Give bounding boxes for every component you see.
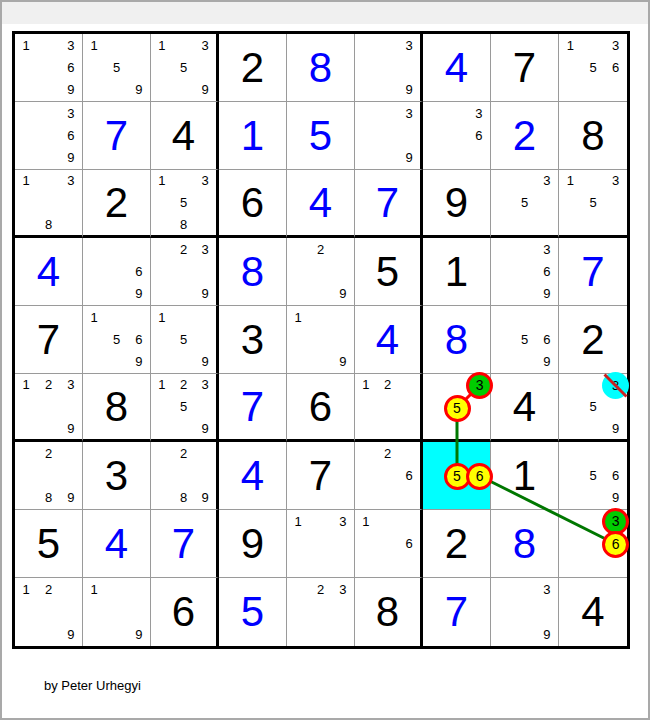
- chain-node-r8c9-6: 6: [602, 531, 629, 558]
- candidates-r6c1: 1239: [15, 374, 82, 439]
- cell-r4c6[interactable]: 5: [355, 238, 423, 306]
- candidates-r4c3: 239: [151, 238, 216, 305]
- candidate-r2c7-3: 3: [475, 107, 482, 120]
- cell-r3c7[interactable]: 9: [423, 170, 491, 238]
- cell-r7c3[interactable]: 289: [151, 442, 219, 510]
- candidate-r2c7-6: 6: [475, 129, 482, 142]
- cell-r4c2[interactable]: 69: [83, 238, 151, 306]
- cell-r5c1[interactable]: 7: [15, 306, 83, 374]
- candidate-r3c3-5: 5: [180, 196, 187, 209]
- candidate-r8c6-6: 6: [406, 537, 413, 550]
- cell-r6c6[interactable]: 12: [355, 374, 423, 442]
- cell-r3c9[interactable]: 135: [559, 170, 627, 238]
- cell-r6c1[interactable]: 1239: [15, 374, 83, 442]
- cell-r6c2[interactable]: 8: [83, 374, 151, 442]
- cell-r5c6[interactable]: 4: [355, 306, 423, 374]
- candidate-r9c8-3: 3: [543, 583, 550, 596]
- puzzle-author-caption: by Peter Urhegyi: [44, 678, 141, 693]
- candidates-r6c6: 12: [355, 374, 420, 439]
- cell-r9c6[interactable]: 8: [355, 578, 423, 646]
- given-digit-r9c9: 4: [559, 578, 627, 646]
- given-digit-r6c8: 4: [491, 374, 558, 439]
- elimination-slash-icon: [604, 373, 628, 397]
- candidate-r1c3-1: 1: [158, 39, 165, 52]
- candidate-r1c9-3: 3: [612, 39, 619, 52]
- candidates-r4c8: 369: [491, 238, 558, 305]
- cell-r3c1[interactable]: 138: [15, 170, 83, 238]
- cell-r5c3[interactable]: 159: [151, 306, 219, 374]
- candidate-r1c3-9: 9: [202, 83, 209, 96]
- candidate-r7c6-2: 2: [384, 447, 391, 460]
- cell-r7c5[interactable]: 7: [287, 442, 355, 510]
- cell-r5c7[interactable]: 8: [423, 306, 491, 374]
- candidate-r1c2-9: 9: [135, 83, 142, 96]
- candidates-r1c6: 39: [355, 34, 420, 101]
- chain-node-r7c7-6: 6: [466, 463, 493, 490]
- candidate-r9c2-1: 1: [91, 583, 98, 596]
- solved-digit-r5c6: 4: [355, 306, 420, 373]
- cell-r1c9[interactable]: 1356: [559, 34, 627, 102]
- candidate-r1c3-5: 5: [180, 61, 187, 74]
- candidate-r1c1-6: 6: [67, 61, 74, 74]
- cell-r2c1[interactable]: 369: [15, 102, 83, 170]
- cell-r7c2[interactable]: 3: [83, 442, 151, 510]
- candidate-r6c3-9: 9: [202, 422, 209, 435]
- candidates-r7c9: 569: [559, 442, 627, 509]
- candidate-r6c3-1: 1: [158, 378, 165, 391]
- sudoku-board[interactable]: 1369159135928394713563697415393628138213…: [12, 31, 630, 649]
- candidates-r5c8: 569: [491, 306, 558, 373]
- candidate-r3c3-3: 3: [202, 174, 209, 187]
- candidate-r3c1-1: 1: [23, 174, 30, 187]
- cell-r2c9[interactable]: 8: [559, 102, 627, 170]
- candidate-r3c3-1: 1: [158, 174, 165, 187]
- candidate-r5c5-9: 9: [339, 355, 346, 368]
- solved-digit-r2c8: 2: [491, 102, 558, 169]
- cell-r8c3[interactable]: 7: [151, 510, 219, 578]
- cell-r6c8[interactable]: 4: [491, 374, 559, 442]
- solved-digit-r4c9: 7: [559, 238, 627, 305]
- cell-r2c6[interactable]: 39: [355, 102, 423, 170]
- candidates-r8c5: 13: [287, 510, 354, 577]
- cell-r1c4[interactable]: 2: [219, 34, 287, 102]
- cell-r8c7[interactable]: 2: [423, 510, 491, 578]
- candidate-r7c9-6: 6: [612, 469, 619, 482]
- cell-r8c1[interactable]: 5: [15, 510, 83, 578]
- candidate-r7c3-9: 9: [202, 491, 209, 504]
- candidate-r9c5-2: 2: [317, 583, 324, 596]
- candidate-r3c3-8: 8: [180, 218, 187, 231]
- given-digit-r5c9: 2: [559, 306, 627, 373]
- cell-r5c4[interactable]: 3: [219, 306, 287, 374]
- solved-digit-r2c4: 1: [219, 102, 286, 169]
- cell-r2c4[interactable]: 1: [219, 102, 287, 170]
- candidate-r4c5-2: 2: [317, 243, 324, 256]
- solved-digit-r4c1: 4: [15, 238, 82, 305]
- candidates-r2c6: 39: [355, 102, 420, 169]
- given-digit-r7c2: 3: [83, 442, 150, 509]
- candidates-r9c1: 129: [15, 578, 82, 646]
- cell-r9c2[interactable]: 19: [83, 578, 151, 646]
- cell-r1c7[interactable]: 4: [423, 34, 491, 102]
- candidate-r2c1-9: 9: [67, 151, 74, 164]
- candidate-r5c3-1: 1: [158, 311, 165, 324]
- candidates-r7c6: 26: [355, 442, 420, 509]
- candidate-r4c2-6: 6: [135, 265, 142, 278]
- solved-digit-r8c8: 8: [491, 510, 558, 577]
- solved-digit-r5c7: 8: [423, 306, 490, 373]
- cell-r2c8[interactable]: 2: [491, 102, 559, 170]
- given-digit-r8c7: 2: [423, 510, 490, 577]
- given-digit-r3c4: 6: [219, 170, 286, 235]
- cell-r3c3[interactable]: 1358: [151, 170, 219, 238]
- candidate-r1c9-1: 1: [567, 39, 574, 52]
- candidate-r9c1-1: 1: [23, 583, 30, 596]
- candidate-r1c9-6: 6: [612, 61, 619, 74]
- candidate-r5c2-9: 9: [135, 355, 142, 368]
- candidate-r7c1-9: 9: [67, 491, 74, 504]
- cell-r4c3[interactable]: 239: [151, 238, 219, 306]
- candidate-r3c1-3: 3: [67, 174, 74, 187]
- candidate-r5c2-5: 5: [113, 333, 120, 346]
- cell-r9c8[interactable]: 39: [491, 578, 559, 646]
- candidates-r1c9: 1356: [559, 34, 627, 101]
- eliminated-candidate-r6c9-3: 3: [602, 372, 629, 399]
- candidate-r5c8-9: 9: [543, 355, 550, 368]
- candidate-r7c9-9: 9: [612, 491, 619, 504]
- solved-digit-r3c5: 4: [287, 170, 354, 235]
- cell-r4c5[interactable]: 29: [287, 238, 355, 306]
- cell-r5c5[interactable]: 19: [287, 306, 355, 374]
- cell-r9c1[interactable]: 129: [15, 578, 83, 646]
- given-digit-r5c4: 3: [219, 306, 286, 373]
- candidates-r7c1: 289: [15, 442, 82, 509]
- given-digit-r7c8: 1: [491, 442, 558, 509]
- solved-digit-r8c2: 4: [83, 510, 150, 577]
- cell-r3c4[interactable]: 6: [219, 170, 287, 238]
- cell-r5c8[interactable]: 569: [491, 306, 559, 374]
- solved-digit-r7c4: 4: [219, 442, 286, 509]
- cell-r2c5[interactable]: 5: [287, 102, 355, 170]
- candidates-r1c1: 1369: [15, 34, 82, 101]
- given-digit-r9c6: 8: [355, 578, 420, 646]
- candidates-r7c3: 289: [151, 442, 216, 509]
- candidate-r3c8-3: 3: [543, 174, 550, 187]
- given-digit-r7c5: 7: [287, 442, 354, 509]
- candidate-r2c1-3: 3: [67, 107, 74, 120]
- candidate-r6c3-5: 5: [180, 400, 187, 413]
- cell-r7c8[interactable]: 1: [491, 442, 559, 510]
- candidate-r9c2-9: 9: [135, 628, 142, 641]
- solved-digit-r9c4: 5: [219, 578, 286, 646]
- candidate-r7c6-6: 6: [406, 469, 413, 482]
- candidate-r3c9-3: 3: [612, 174, 619, 187]
- candidates-r1c3: 1359: [151, 34, 216, 101]
- given-digit-r9c3: 6: [151, 578, 216, 646]
- candidate-r8c5-3: 3: [339, 515, 346, 528]
- candidates-r4c5: 29: [287, 238, 354, 305]
- candidate-r6c1-2: 2: [45, 378, 52, 391]
- cell-r4c4[interactable]: 8: [219, 238, 287, 306]
- candidates-r9c2: 19: [83, 578, 150, 646]
- solved-digit-r1c7: 4: [423, 34, 490, 101]
- candidate-r2c6-9: 9: [406, 151, 413, 164]
- cell-r3c2[interactable]: 2: [83, 170, 151, 238]
- candidate-r5c3-9: 9: [202, 355, 209, 368]
- candidates-r1c2: 159: [83, 34, 150, 101]
- cell-r9c9[interactable]: 4: [559, 578, 627, 646]
- candidate-r3c9-5: 5: [589, 196, 596, 209]
- cell-r1c5[interactable]: 8: [287, 34, 355, 102]
- cell-r8c4[interactable]: 9: [219, 510, 287, 578]
- candidate-r4c3-9: 9: [202, 287, 209, 300]
- candidate-r6c1-9: 9: [67, 422, 74, 435]
- solved-digit-r6c4: 7: [219, 374, 286, 439]
- given-digit-r4c7: 1: [423, 238, 490, 305]
- candidate-r3c9-1: 1: [567, 174, 574, 187]
- cell-r1c6[interactable]: 39: [355, 34, 423, 102]
- candidate-r1c1-1: 1: [23, 39, 30, 52]
- candidate-r5c8-6: 6: [543, 333, 550, 346]
- candidate-r4c8-6: 6: [543, 265, 550, 278]
- given-digit-r1c4: 2: [219, 34, 286, 101]
- chain-node-r6c7-3: 3: [466, 372, 493, 399]
- candidates-r5c5: 19: [287, 306, 354, 373]
- candidate-r7c1-2: 2: [45, 447, 52, 460]
- solved-digit-r8c3: 7: [151, 510, 216, 577]
- cell-r5c9[interactable]: 2: [559, 306, 627, 374]
- given-digit-r4c6: 5: [355, 238, 420, 305]
- candidates-r8c6: 16: [355, 510, 420, 577]
- candidate-r8c6-1: 1: [362, 515, 369, 528]
- candidate-r1c6-9: 9: [406, 83, 413, 96]
- solved-digit-r3c6: 7: [355, 170, 420, 235]
- candidate-r2c1-6: 6: [67, 129, 74, 142]
- candidate-r1c1-3: 3: [67, 39, 74, 52]
- candidate-r5c5-1: 1: [295, 311, 302, 324]
- given-digit-r8c1: 5: [15, 510, 82, 577]
- cell-r1c1[interactable]: 1369: [15, 34, 83, 102]
- given-digit-r2c9: 8: [559, 102, 627, 169]
- candidate-r6c6-2: 2: [384, 378, 391, 391]
- cell-r3c5[interactable]: 4: [287, 170, 355, 238]
- chain-node-r6c7-5: 5: [444, 395, 471, 422]
- cell-r2c2[interactable]: 7: [83, 102, 151, 170]
- cell-r9c5[interactable]: 23: [287, 578, 355, 646]
- candidates-r2c1: 369: [15, 102, 82, 169]
- cell-r6c3[interactable]: 12359: [151, 374, 219, 442]
- candidate-r4c2-9: 9: [135, 287, 142, 300]
- solved-digit-r4c4: 8: [219, 238, 286, 305]
- candidate-r7c3-8: 8: [180, 491, 187, 504]
- solved-digit-r2c2: 7: [83, 102, 150, 169]
- candidate-r5c8-5: 5: [521, 333, 528, 346]
- cell-r8c5[interactable]: 13: [287, 510, 355, 578]
- candidate-r7c3-2: 2: [180, 447, 187, 460]
- candidate-r6c9-5: 5: [589, 400, 596, 413]
- cell-r9c3[interactable]: 6: [151, 578, 219, 646]
- candidate-r9c1-2: 2: [45, 583, 52, 596]
- candidate-r4c5-9: 9: [339, 287, 346, 300]
- candidates-r9c5: 23: [287, 578, 354, 646]
- cell-r5c2[interactable]: 1569: [83, 306, 151, 374]
- cell-r4c9[interactable]: 7: [559, 238, 627, 306]
- cell-r4c8[interactable]: 369: [491, 238, 559, 306]
- candidates-r2c7: 36: [423, 102, 490, 169]
- sudoku-cells: 1369159135928394713563697415393628138213…: [15, 34, 627, 646]
- candidates-r6c3: 12359: [151, 374, 216, 439]
- candidate-r6c6-1: 1: [362, 378, 369, 391]
- candidates-r5c2: 1569: [83, 306, 150, 373]
- cell-r7c9[interactable]: 569: [559, 442, 627, 510]
- solved-digit-r9c7: 7: [423, 578, 490, 646]
- candidates-r4c2: 69: [83, 238, 150, 305]
- candidate-r9c1-9: 9: [67, 628, 74, 641]
- candidate-r5c2-6: 6: [135, 333, 142, 346]
- candidate-r6c3-3: 3: [202, 378, 209, 391]
- cell-r2c3[interactable]: 4: [151, 102, 219, 170]
- given-digit-r2c3: 4: [151, 102, 216, 169]
- given-digit-r8c4: 9: [219, 510, 286, 577]
- candidate-r6c1-3: 3: [67, 378, 74, 391]
- candidates-r3c1: 138: [15, 170, 82, 235]
- candidate-r6c3-2: 2: [180, 378, 187, 391]
- candidate-r6c1-1: 1: [23, 378, 30, 391]
- cell-r8c6[interactable]: 16: [355, 510, 423, 578]
- candidate-r1c3-3: 3: [202, 39, 209, 52]
- candidate-r9c8-9: 9: [543, 628, 550, 641]
- cell-r1c3[interactable]: 1359: [151, 34, 219, 102]
- candidate-r5c3-5: 5: [180, 333, 187, 346]
- cell-r3c8[interactable]: 35: [491, 170, 559, 238]
- given-digit-r6c5: 6: [287, 374, 354, 439]
- solver-window: 1369159135928394713563697415393628138213…: [0, 0, 650, 720]
- candidates-r9c8: 39: [491, 578, 558, 646]
- top-strip: [2, 2, 648, 24]
- candidate-r4c8-9: 9: [543, 287, 550, 300]
- candidate-r3c8-5: 5: [521, 196, 528, 209]
- candidate-r1c2-1: 1: [91, 39, 98, 52]
- cell-r8c8[interactable]: 8: [491, 510, 559, 578]
- cell-r1c8[interactable]: 7: [491, 34, 559, 102]
- cell-r7c1[interactable]: 289: [15, 442, 83, 510]
- candidate-r4c8-3: 3: [543, 243, 550, 256]
- candidate-r4c3-2: 2: [180, 243, 187, 256]
- candidates-r3c9: 135: [559, 170, 627, 235]
- cell-r6c5[interactable]: 6: [287, 374, 355, 442]
- candidate-r5c2-1: 1: [91, 311, 98, 324]
- cell-r3c6[interactable]: 7: [355, 170, 423, 238]
- candidates-r5c3: 159: [151, 306, 216, 373]
- candidate-r1c9-5: 5: [589, 61, 596, 74]
- candidate-r7c9-5: 5: [589, 469, 596, 482]
- cell-r1c2[interactable]: 159: [83, 34, 151, 102]
- candidate-r1c6-3: 3: [406, 39, 413, 52]
- cell-r9c4[interactable]: 5: [219, 578, 287, 646]
- given-digit-r3c7: 9: [423, 170, 490, 235]
- cell-r8c2[interactable]: 4: [83, 510, 151, 578]
- cell-r4c1[interactable]: 4: [15, 238, 83, 306]
- cell-r4c7[interactable]: 1: [423, 238, 491, 306]
- candidate-r1c2-5: 5: [113, 61, 120, 74]
- candidate-r8c5-1: 1: [295, 515, 302, 528]
- cell-r2c7[interactable]: 36: [423, 102, 491, 170]
- cell-r7c4[interactable]: 4: [219, 442, 287, 510]
- cell-r6c4[interactable]: 7: [219, 374, 287, 442]
- candidate-r3c1-8: 8: [45, 218, 52, 231]
- cell-r9c7[interactable]: 7: [423, 578, 491, 646]
- candidate-r9c5-3: 3: [339, 583, 346, 596]
- candidate-r7c1-8: 8: [45, 491, 52, 504]
- cell-r7c6[interactable]: 26: [355, 442, 423, 510]
- given-digit-r5c1: 7: [15, 306, 82, 373]
- candidate-r6c9-9: 9: [612, 422, 619, 435]
- candidate-r1c1-9: 9: [67, 83, 74, 96]
- candidates-r3c3: 1358: [151, 170, 216, 235]
- given-digit-r3c2: 2: [83, 170, 150, 235]
- candidate-r2c6-3: 3: [406, 107, 413, 120]
- candidate-r4c3-3: 3: [202, 243, 209, 256]
- given-digit-r1c8: 7: [491, 34, 558, 101]
- solved-digit-r2c5: 5: [287, 102, 354, 169]
- solved-digit-r1c5: 8: [287, 34, 354, 101]
- given-digit-r6c2: 8: [83, 374, 150, 439]
- candidates-r3c8: 35: [491, 170, 558, 235]
